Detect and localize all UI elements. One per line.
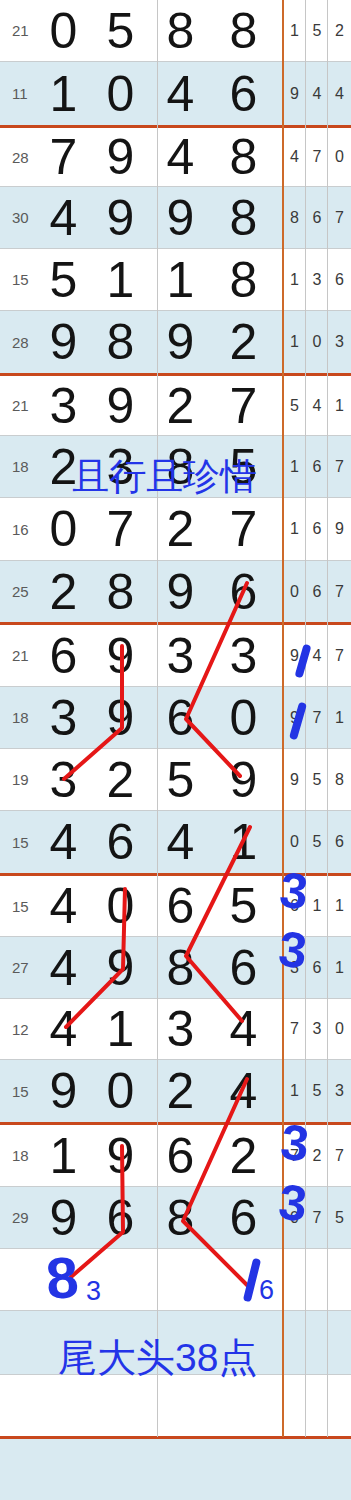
tail-digit-cell: 1	[328, 397, 351, 415]
draw-digit-cell: 0	[92, 881, 149, 931]
draw-digit-cell: 8	[149, 943, 212, 993]
tail-digit-cell: 9	[283, 771, 306, 789]
draw-digit-cell: 9	[92, 132, 149, 182]
draw-digit-cell: 6	[149, 881, 212, 931]
tail-digit-cell: 7	[328, 583, 351, 601]
draw-digit-cell: 6	[149, 693, 212, 743]
draw-digit-cell: 4	[35, 943, 92, 993]
tail-digit-cell: 7	[306, 1209, 328, 1227]
draw-digit-cell: 1	[92, 255, 149, 305]
draw-digit-cell: 0	[92, 1066, 149, 1116]
draw-digit-cell: 2	[92, 755, 149, 805]
draw-digit-cell: 9	[149, 317, 212, 367]
draw-digit-cell: 2	[35, 567, 92, 617]
draw-digit-cell: 2	[149, 504, 212, 554]
draw-digit-cell: 8	[149, 1193, 212, 1243]
draw-digit-cell: 9	[92, 1131, 149, 1181]
draw-digit-cell: 7	[92, 504, 149, 554]
draw-digit-cell: 5	[212, 881, 275, 931]
handwritten-phrase-mid: 且行且珍惜	[72, 458, 257, 495]
draw-digit-cell: 7	[212, 381, 275, 431]
draw-digit-cell: 9	[92, 631, 149, 681]
tail-digit-cell: 9	[283, 647, 306, 665]
group-separator-line	[0, 1122, 351, 1125]
draw-digit-cell: 6	[92, 817, 149, 867]
tail-divider-line-1	[305, 0, 306, 1437]
chart-row: 160727169	[0, 497, 351, 560]
tail-digit-cell: 4	[328, 85, 351, 103]
draw-digit-cell: 6	[212, 1193, 275, 1243]
tail-digit-cell: 1	[283, 271, 306, 289]
draw-digit-cell: 9	[92, 943, 149, 993]
draw-digit-cell: 2	[149, 381, 212, 431]
tail-digit-cell: 1	[328, 959, 351, 977]
group-separator-line	[0, 622, 351, 625]
tail-digit-cell: 8	[283, 209, 306, 227]
tail-digit-cell: 5	[306, 833, 328, 851]
tail-digit-cell: 5	[306, 22, 328, 40]
chart-row: 154065611	[0, 876, 351, 936]
tail-digit-cell: 7	[328, 458, 351, 476]
group-separator-line	[0, 1436, 351, 1439]
chart-row: 304998867	[0, 186, 351, 248]
draw-digit-cell: 1	[35, 1131, 92, 1181]
tail-digit-cell: 3	[328, 1082, 351, 1100]
tail-digit-cell: 6	[306, 209, 328, 227]
draw-digit-cell: 1	[149, 255, 212, 305]
draw-digit-cell: 8	[212, 193, 275, 243]
draw-digit-cell: 6	[35, 631, 92, 681]
draw-digit-cell: 9	[149, 193, 212, 243]
draw-digit-cell: 9	[92, 693, 149, 743]
group-separator-line	[0, 873, 351, 876]
lottery-trend-chart: 2105881521110469442879484703049988671551…	[0, 0, 351, 1500]
chart-row: 274986361	[0, 936, 351, 998]
tail-section-orange-line	[282, 0, 284, 1437]
tail-digit-cell: 7	[283, 1147, 306, 1165]
draw-digit-cell: 6	[212, 567, 275, 617]
tail-digit-cell: 6	[283, 897, 306, 915]
draw-digit-cell: 2	[212, 317, 275, 367]
draw-digit-cell: 0	[35, 504, 92, 554]
draw-digit-cell: 5	[92, 6, 149, 56]
tail-digit-cell: 5	[306, 771, 328, 789]
draw-digit-cell: 1	[92, 1004, 149, 1054]
tail-digit-cell: 0	[283, 833, 306, 851]
chart-row: 289892103	[0, 310, 351, 373]
tail-digit-cell: 2	[306, 1147, 328, 1165]
draw-digit-cell: 1	[35, 69, 92, 119]
draw-digit-cell: 0	[35, 6, 92, 56]
chart-row: 210588152	[0, 0, 351, 61]
draw-digit-cell: 5	[35, 255, 92, 305]
tail-digit-cell: 7	[306, 709, 328, 727]
tail-digit-cell: 9	[283, 85, 306, 103]
bottom-band	[0, 1439, 351, 1500]
draw-digit-cell: 3	[149, 1004, 212, 1054]
group-separator-line	[0, 125, 351, 128]
tail-digit-cell: 3	[306, 1020, 328, 1038]
tail-digit-cell: 1	[283, 333, 306, 351]
tail-digit-cell: 2	[328, 22, 351, 40]
tail-digit-cell: 1	[328, 897, 351, 915]
draw-digit-cell: 4	[212, 1004, 275, 1054]
tail-digit-cell: 0	[283, 583, 306, 601]
tail-digit-cell: 9	[328, 520, 351, 538]
tail-digit-cell: 3	[328, 333, 351, 351]
chart-row: 159024153	[0, 1059, 351, 1122]
tail-digit-cell: 6	[306, 583, 328, 601]
draw-digit-cell: 8	[212, 132, 275, 182]
chart-row: 181962727	[0, 1125, 351, 1186]
chart-row: 193259958	[0, 748, 351, 810]
tail-digit-cell: 7	[328, 209, 351, 227]
tail-digit-cell: 1	[306, 897, 328, 915]
draw-digit-cell: 4	[149, 69, 212, 119]
draw-digit-cell: 4	[35, 193, 92, 243]
draw-digit-cell: 3	[35, 381, 92, 431]
tail-digit-cell: 6	[328, 271, 351, 289]
draw-digit-cell: 2	[149, 1066, 212, 1116]
chart-row: 124134730	[0, 998, 351, 1059]
draw-digit-cell: 4	[35, 881, 92, 931]
draw-digit-cell: 5	[149, 755, 212, 805]
draw-digit-cell: 4	[35, 1004, 92, 1054]
chart-row: 287948470	[0, 128, 351, 186]
draw-digit-cell: 1	[212, 817, 275, 867]
draw-digit-cell: 9	[35, 1193, 92, 1243]
draw-digit-cell: 9	[212, 755, 275, 805]
tail-digit-cell: 0	[283, 1209, 306, 1227]
chart-row: 111046944	[0, 61, 351, 125]
tail-digit-cell: 4	[306, 397, 328, 415]
draw-digit-cell: 4	[35, 817, 92, 867]
draw-digit-cell: 9	[35, 317, 92, 367]
tail-digit-cell: 0	[306, 333, 328, 351]
chart-row: 155118136	[0, 248, 351, 310]
handwritten-phrase-bottom: 尾大头38点	[58, 1338, 257, 1377]
draw-digit-cell: 4	[149, 817, 212, 867]
chart-row: 252896067	[0, 560, 351, 622]
chart-row: 213927541	[0, 376, 351, 435]
chart-row: 183960971	[0, 686, 351, 748]
draw-digit-cell: 6	[212, 943, 275, 993]
tail-digit-cell: 1	[283, 458, 306, 476]
tail-digit-cell: 7	[306, 148, 328, 166]
draw-digit-cell: 9	[149, 567, 212, 617]
tail-digit-cell: 1	[328, 709, 351, 727]
tail-digit-cell: 5	[328, 1209, 351, 1227]
draw-digit-cell: 3	[35, 755, 92, 805]
chart-row	[0, 1374, 351, 1436]
tail-digit-cell: 3	[306, 271, 328, 289]
draw-digit-cell: 2	[212, 1131, 275, 1181]
draw-digit-cell: 0	[92, 69, 149, 119]
tail-digit-cell: 6	[328, 833, 351, 851]
tail-digit-cell: 4	[283, 148, 306, 166]
tail-digit-cell: 1	[283, 22, 306, 40]
tail-digit-cell: 6	[306, 520, 328, 538]
tail-digit-cell: 7	[283, 1020, 306, 1038]
tail-digit-cell: 7	[328, 647, 351, 665]
draw-digit-cell: 8	[92, 317, 149, 367]
draw-digit-cell: 8	[212, 6, 275, 56]
draw-digit-cell: 9	[35, 1066, 92, 1116]
tail-digit-cell: 5	[283, 397, 306, 415]
draw-digit-cell: 3	[35, 693, 92, 743]
draw-digit-cell: 4	[212, 1066, 275, 1116]
draw-digit-cell: 6	[149, 1131, 212, 1181]
tail-digit-cell: 1	[283, 1082, 306, 1100]
chart-row: 216933947	[0, 625, 351, 686]
tail-digit-cell: 0	[328, 1020, 351, 1038]
draw-digit-cell: 6	[212, 69, 275, 119]
tail-digit-cell: 4	[306, 647, 328, 665]
chart-row: 154641056	[0, 810, 351, 873]
chart-rows: 2105881521110469442879484703049988671551…	[0, 0, 351, 1500]
tail-digit-cell: 6	[306, 458, 328, 476]
draw-digit-cell: 3	[149, 631, 212, 681]
tail-digit-cell: 9	[283, 709, 306, 727]
tail-digit-cell: 5	[306, 1082, 328, 1100]
draw-digit-cell: 7	[35, 132, 92, 182]
tail-digit-cell: 4	[306, 85, 328, 103]
draw-digit-cell: 7	[212, 504, 275, 554]
chart-row: 299686075	[0, 1186, 351, 1248]
draw-digit-cell: 3	[212, 631, 275, 681]
draw-digit-cell: 9	[92, 193, 149, 243]
draw-digit-cell: 8	[92, 567, 149, 617]
draw-digit-cell: 8	[149, 6, 212, 56]
draw-digit-cell: 9	[92, 381, 149, 431]
column-divider-line	[157, 0, 158, 1437]
draw-digit-cell: 6	[92, 1193, 149, 1243]
tail-digit-cell: 3	[283, 959, 306, 977]
tail-digit-cell: 6	[306, 959, 328, 977]
group-separator-line	[0, 373, 351, 376]
tail-divider-line-2	[327, 0, 328, 1437]
draw-digit-cell: 4	[149, 132, 212, 182]
tail-digit-cell: 7	[328, 1147, 351, 1165]
chart-row	[0, 1248, 351, 1310]
tail-digit-cell: 0	[328, 148, 351, 166]
draw-digit-cell: 0	[212, 693, 275, 743]
tail-digit-cell: 1	[283, 520, 306, 538]
draw-digit-cell: 8	[212, 255, 275, 305]
tail-digit-cell: 8	[328, 771, 351, 789]
